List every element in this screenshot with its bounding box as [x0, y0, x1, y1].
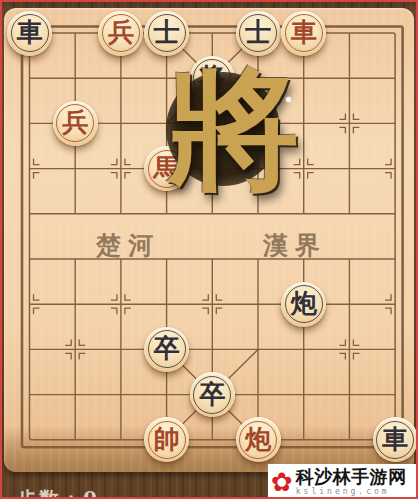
red-flower-icon: ✿ — [271, 469, 293, 495]
piece-character: 将 — [199, 64, 225, 90]
piece-black-advisor[interactable]: 士 — [236, 11, 281, 56]
piece-red-soldier[interactable]: 兵 — [53, 101, 98, 146]
screenshot-stage: 楚河 漢界 車兵士士車将兵馬炮卒卒帥炮車 將 步数：0 ✿ 科沙林手游网 ksl… — [0, 0, 418, 499]
piece-black-chariot[interactable]: 車 — [373, 417, 418, 462]
piece-black-chariot[interactable]: 車 — [7, 11, 52, 56]
piece-red-soldier[interactable]: 兵 — [98, 11, 143, 56]
piece-character: 帥 — [154, 426, 180, 452]
piece-black-general[interactable]: 将 — [190, 56, 235, 101]
piece-character: 車 — [291, 19, 317, 45]
piece-character: 馬 — [154, 155, 180, 181]
piece-character: 卒 — [199, 381, 225, 407]
piece-black-soldier[interactable]: 卒 — [190, 372, 235, 417]
piece-character: 車 — [17, 19, 43, 45]
watermark-site-url: kslineng.com — [296, 487, 407, 496]
piece-character: 卒 — [154, 335, 180, 361]
piece-character: 兵 — [62, 109, 88, 135]
pieces-layer: 車兵士士車将兵馬炮卒卒帥炮車 — [0, 0, 418, 499]
piece-red-chariot[interactable]: 車 — [281, 11, 326, 56]
piece-red-horse[interactable]: 馬 — [144, 146, 189, 191]
piece-black-soldier[interactable]: 卒 — [144, 327, 189, 372]
step-counter: 步数：0 — [17, 486, 99, 499]
piece-red-general[interactable]: 帥 — [144, 417, 189, 462]
piece-character: 炮 — [245, 426, 271, 452]
watermark-site-name: 科沙林手游网 — [296, 468, 407, 486]
piece-red-cannon[interactable]: 炮 — [236, 417, 281, 462]
piece-black-cannon[interactable]: 炮 — [281, 282, 326, 327]
piece-character: 士 — [154, 19, 180, 45]
piece-character: 士 — [245, 19, 271, 45]
piece-character: 炮 — [291, 290, 317, 316]
site-watermark: ✿ 科沙林手游网 kslineng.com — [268, 464, 418, 499]
piece-black-advisor[interactable]: 士 — [144, 11, 189, 56]
piece-character: 兵 — [108, 19, 134, 45]
piece-character: 車 — [382, 426, 408, 452]
